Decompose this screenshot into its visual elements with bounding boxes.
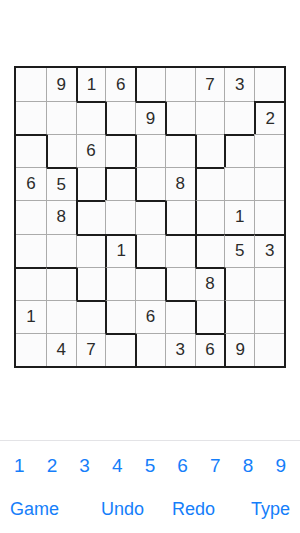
cell-r3c4[interactable] <box>105 134 135 167</box>
cell-r6c3[interactable] <box>76 234 106 267</box>
cell-r6c6[interactable] <box>165 234 195 267</box>
cell-r7c4[interactable] <box>105 267 135 300</box>
cell-r5c8[interactable]: 1 <box>224 200 254 233</box>
cell-r8c3[interactable] <box>76 300 106 333</box>
cell-r7c2[interactable] <box>46 267 76 300</box>
number-button-4[interactable]: 4 <box>112 455 123 477</box>
cell-r3c3[interactable]: 6 <box>76 134 106 167</box>
cell-r3c9[interactable] <box>254 134 284 167</box>
cell-r9c8[interactable]: 9 <box>224 333 254 366</box>
cell-r1c3[interactable]: 1 <box>76 68 106 101</box>
cell-r2c5[interactable]: 9 <box>135 101 165 134</box>
number-button-1[interactable]: 1 <box>14 455 25 477</box>
cell-r1c7[interactable]: 7 <box>195 68 225 101</box>
cell-r4c6[interactable]: 8 <box>165 167 195 200</box>
cell-r6c2[interactable] <box>46 234 76 267</box>
cell-r2c9[interactable]: 2 <box>254 101 284 134</box>
cell-r9c9[interactable] <box>254 333 284 366</box>
cell-r5c9[interactable] <box>254 200 284 233</box>
cell-r8c6[interactable] <box>165 300 195 333</box>
cell-r6c9[interactable]: 3 <box>254 234 284 267</box>
cell-r1c2[interactable]: 9 <box>46 68 76 101</box>
cell-r8c5[interactable]: 6 <box>135 300 165 333</box>
cell-r4c7[interactable] <box>195 167 225 200</box>
cell-r5c5[interactable] <box>135 200 165 233</box>
cell-r4c3[interactable] <box>76 167 106 200</box>
cell-r9c7[interactable]: 6 <box>195 333 225 366</box>
cell-r1c9[interactable] <box>254 68 284 101</box>
cell-r2c8[interactable] <box>224 101 254 134</box>
cell-r7c5[interactable] <box>135 267 165 300</box>
cell-r7c8[interactable] <box>224 267 254 300</box>
number-button-9[interactable]: 9 <box>275 455 286 477</box>
cell-r3c8[interactable] <box>224 134 254 167</box>
cell-r4c8[interactable] <box>224 167 254 200</box>
cell-r3c7[interactable] <box>195 134 225 167</box>
cell-r6c7[interactable] <box>195 234 225 267</box>
action-button-row: Game UndoRedo Type <box>0 477 300 520</box>
cell-r8c7[interactable] <box>195 300 225 333</box>
cell-r2c7[interactable] <box>195 101 225 134</box>
cell-r7c9[interactable] <box>254 267 284 300</box>
cell-r4c2[interactable]: 5 <box>46 167 76 200</box>
cell-r2c2[interactable] <box>46 101 76 134</box>
number-button-2[interactable]: 2 <box>47 455 58 477</box>
cell-r9c4[interactable] <box>105 333 135 366</box>
cell-r9c3[interactable]: 7 <box>76 333 106 366</box>
cell-r6c4[interactable]: 1 <box>105 234 135 267</box>
cell-r3c1[interactable] <box>16 134 46 167</box>
cell-r2c6[interactable] <box>165 101 195 134</box>
number-input-row: 123456789 <box>0 441 300 477</box>
cell-r1c1[interactable] <box>16 68 46 101</box>
number-button-5[interactable]: 5 <box>145 455 156 477</box>
cell-r8c9[interactable] <box>254 300 284 333</box>
cell-r3c6[interactable] <box>165 134 195 167</box>
cell-r4c5[interactable] <box>135 167 165 200</box>
cell-r7c1[interactable] <box>16 267 46 300</box>
cell-r5c3[interactable] <box>76 200 106 233</box>
bottom-toolbar: 123456789 Game UndoRedo Type <box>0 440 300 520</box>
cell-r4c4[interactable] <box>105 167 135 200</box>
cell-r4c9[interactable] <box>254 167 284 200</box>
cell-r8c2[interactable] <box>46 300 76 333</box>
cell-r9c2[interactable]: 4 <box>46 333 76 366</box>
sudoku-board: 916739266588115381647369 <box>14 66 286 368</box>
cell-r2c1[interactable] <box>16 101 46 134</box>
game-menu-button[interactable]: Game <box>10 499 59 520</box>
cell-r3c5[interactable] <box>135 134 165 167</box>
number-button-8[interactable]: 8 <box>243 455 254 477</box>
cell-r5c7[interactable] <box>195 200 225 233</box>
cell-r5c1[interactable] <box>16 200 46 233</box>
undo-button[interactable]: Undo <box>101 499 144 520</box>
cell-r9c1[interactable] <box>16 333 46 366</box>
cell-r7c7[interactable]: 8 <box>195 267 225 300</box>
cell-r1c6[interactable] <box>165 68 195 101</box>
type-button[interactable]: Type <box>251 499 290 520</box>
cell-r1c8[interactable]: 3 <box>224 68 254 101</box>
redo-button[interactable]: Redo <box>172 499 215 520</box>
cell-r6c5[interactable] <box>135 234 165 267</box>
cell-r6c1[interactable] <box>16 234 46 267</box>
cell-r2c3[interactable] <box>76 101 106 134</box>
cell-r1c5[interactable] <box>135 68 165 101</box>
number-button-7[interactable]: 7 <box>210 455 221 477</box>
cell-r3c2[interactable] <box>46 134 76 167</box>
cell-r2c4[interactable] <box>105 101 135 134</box>
undo-redo-group: UndoRedo <box>101 499 215 520</box>
cell-r7c6[interactable] <box>165 267 195 300</box>
cell-r5c6[interactable] <box>165 200 195 233</box>
cell-r8c4[interactable] <box>105 300 135 333</box>
cell-r1c4[interactable]: 6 <box>105 68 135 101</box>
cell-r8c1[interactable]: 1 <box>16 300 46 333</box>
number-button-6[interactable]: 6 <box>177 455 188 477</box>
cell-r7c3[interactable] <box>76 267 106 300</box>
cell-r5c4[interactable] <box>105 200 135 233</box>
cell-r5c2[interactable]: 8 <box>46 200 76 233</box>
cell-r9c5[interactable] <box>135 333 165 366</box>
cell-r6c8[interactable]: 5 <box>224 234 254 267</box>
number-button-3[interactable]: 3 <box>79 455 90 477</box>
cell-r8c8[interactable] <box>224 300 254 333</box>
cell-r4c1[interactable]: 6 <box>16 167 46 200</box>
cell-r9c6[interactable]: 3 <box>165 333 195 366</box>
